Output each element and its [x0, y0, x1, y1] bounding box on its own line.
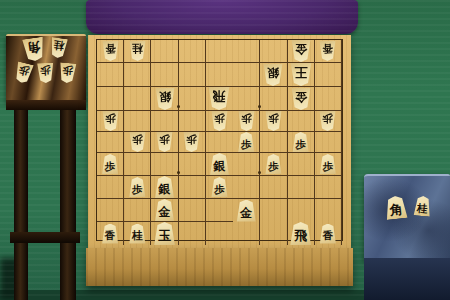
board-cell[interactable]: [97, 87, 124, 111]
board-cell[interactable]: 香: [97, 222, 124, 245]
board-cell[interactable]: [315, 199, 342, 222]
captured-piece-歩[interactable]: 歩: [58, 62, 77, 83]
board-cell[interactable]: [260, 222, 287, 245]
board-cell[interactable]: [206, 63, 233, 87]
board-cell[interactable]: 銀: [206, 153, 233, 176]
board-cell[interactable]: 歩: [97, 111, 124, 132]
board-cell[interactable]: [315, 132, 342, 153]
komadai-gote-leg: [14, 110, 28, 300]
komadai-gote: 角桂歩歩歩: [0, 26, 88, 300]
board-cell[interactable]: 歩: [260, 111, 287, 132]
board-front-face: [86, 248, 353, 286]
shogi-piece-歩[interactable]: 歩: [211, 111, 228, 131]
board-cell[interactable]: 香: [97, 40, 124, 63]
board-cell[interactable]: 歩: [179, 132, 206, 153]
captured-piece-桂[interactable]: 桂: [49, 37, 69, 59]
board-cell[interactable]: [124, 153, 151, 176]
board-cell[interactable]: [288, 199, 315, 222]
board-cell[interactable]: [233, 87, 260, 111]
captured-piece-桂[interactable]: 桂: [413, 195, 432, 216]
shogi-piece-銀[interactable]: 銀: [209, 153, 229, 175]
shogi-piece-香[interactable]: 香: [102, 224, 119, 244]
shogi-piece-桂[interactable]: 桂: [129, 41, 146, 61]
shogi-piece-金[interactable]: 金: [291, 40, 311, 62]
board-cell[interactable]: 歩: [315, 111, 342, 132]
board-cell[interactable]: [315, 176, 342, 199]
shogi-piece-金[interactable]: 金: [291, 88, 311, 110]
board-cell[interactable]: [260, 176, 287, 199]
board-cell[interactable]: 歩: [260, 153, 287, 176]
board-cell[interactable]: [233, 63, 260, 87]
shogi-piece-歩[interactable]: 歩: [183, 132, 200, 152]
shogi-piece-歩[interactable]: 歩: [156, 132, 173, 152]
board-cell[interactable]: [179, 63, 206, 87]
shogi-piece-歩[interactable]: 歩: [265, 154, 282, 174]
board-cell[interactable]: [260, 40, 287, 63]
komadai-gote-leg: [60, 110, 76, 300]
board-cell[interactable]: 歩: [151, 132, 178, 153]
shogi-piece-銀[interactable]: 銀: [155, 176, 175, 198]
hand-row: 角桂: [23, 38, 67, 61]
board-cell[interactable]: [124, 87, 151, 111]
photo-scene: 角桂歩歩歩 香桂金香銀王銀飛金歩歩歩歩歩歩歩歩歩歩歩銀歩歩歩銀歩金金香桂玉飛香 …: [0, 0, 450, 300]
shogi-piece-香[interactable]: 香: [319, 224, 336, 244]
komadai-sente: 角桂: [360, 168, 450, 300]
board-cell[interactable]: [233, 176, 260, 199]
captured-piece-歩[interactable]: 歩: [36, 63, 54, 84]
board-cell[interactable]: 歩: [124, 176, 151, 199]
board-cell[interactable]: 銀: [151, 176, 178, 199]
shogi-piece-王[interactable]: 王: [290, 63, 312, 86]
shogi-piece-歩[interactable]: 歩: [211, 177, 228, 197]
board-cell[interactable]: [315, 87, 342, 111]
board-cell[interactable]: 金: [233, 199, 260, 222]
komadai-gote-stretcher: [10, 232, 80, 243]
board-cell[interactable]: [206, 132, 233, 153]
komadai-sente-front: [364, 258, 450, 300]
shogi-piece-飛[interactable]: 飛: [290, 222, 312, 245]
board-cell[interactable]: [260, 132, 287, 153]
board-cell[interactable]: 玉: [151, 222, 178, 245]
board-cell[interactable]: [179, 111, 206, 132]
board-cell[interactable]: 歩: [206, 111, 233, 132]
board-cell[interactable]: 歩: [124, 132, 151, 153]
captured-piece-歩[interactable]: 歩: [12, 61, 33, 85]
shogi-piece-歩[interactable]: 歩: [129, 132, 146, 152]
shogi-piece-歩[interactable]: 歩: [265, 111, 282, 131]
board-cell[interactable]: 歩: [315, 153, 342, 176]
board-cell[interactable]: [151, 63, 178, 87]
shogi-piece-歩[interactable]: 歩: [102, 111, 119, 131]
shogi-piece-歩[interactable]: 歩: [319, 111, 336, 131]
board-cell[interactable]: 飛: [206, 87, 233, 111]
shogi-piece-桂[interactable]: 桂: [129, 224, 146, 244]
board-cell[interactable]: [206, 199, 233, 222]
board-cell[interactable]: 銀: [260, 63, 287, 87]
shogi-piece-玉[interactable]: 玉: [154, 222, 176, 245]
board-cell[interactable]: [206, 222, 233, 245]
shogi-piece-香[interactable]: 香: [319, 41, 336, 61]
board-cell[interactable]: 歩: [233, 132, 260, 153]
board-cell[interactable]: [97, 176, 124, 199]
shogi-board: 香桂金香銀王銀飛金歩歩歩歩歩歩歩歩歩歩歩銀歩歩歩銀歩金金香桂玉飛香: [88, 35, 351, 248]
board-cell[interactable]: [124, 111, 151, 132]
board-cell[interactable]: [151, 153, 178, 176]
shogi-piece-金[interactable]: 金: [236, 200, 256, 222]
board-cell[interactable]: [179, 153, 206, 176]
board-cell[interactable]: [124, 63, 151, 87]
board-cell[interactable]: [288, 176, 315, 199]
board-cell[interactable]: [206, 40, 233, 63]
board-cell[interactable]: [97, 132, 124, 153]
shogi-piece-銀[interactable]: 銀: [263, 64, 283, 86]
board-cell[interactable]: [233, 222, 260, 245]
board-cell[interactable]: [315, 63, 342, 87]
board-cell[interactable]: 金: [288, 40, 315, 63]
seat-cushion: [86, 0, 358, 34]
board-cell[interactable]: [151, 40, 178, 63]
board-cell[interactable]: [151, 111, 178, 132]
hand-row: 歩歩歩: [15, 63, 76, 83]
sente-hand: 角桂: [376, 196, 440, 219]
shogi-piece-歩[interactable]: 歩: [238, 132, 255, 152]
shogi-piece-歩[interactable]: 歩: [102, 154, 119, 174]
board-cell[interactable]: 香: [315, 222, 342, 245]
shogi-piece-歩[interactable]: 歩: [238, 111, 255, 131]
board-cell[interactable]: 飛: [288, 222, 315, 245]
board-cell[interactable]: [260, 199, 287, 222]
shogi-piece-金[interactable]: 金: [155, 199, 175, 221]
board-cell[interactable]: 歩: [233, 111, 260, 132]
board-cell[interactable]: [288, 111, 315, 132]
hoshi-dot: [177, 105, 180, 108]
board-cell[interactable]: 銀: [151, 87, 178, 111]
board-grid: 香桂金香銀王銀飛金歩歩歩歩歩歩歩歩歩歩歩銀歩歩歩銀歩金金香桂玉飛香: [96, 39, 343, 241]
board-cell[interactable]: [179, 176, 206, 199]
shogi-piece-飛[interactable]: 飛: [208, 87, 230, 110]
shogi-piece-歩[interactable]: 歩: [319, 154, 336, 174]
board-cell[interactable]: 歩: [288, 132, 315, 153]
board-cell[interactable]: [179, 222, 206, 245]
gote-hand: 角桂歩歩歩: [8, 38, 82, 83]
board-cell[interactable]: 歩: [206, 176, 233, 199]
board-cell[interactable]: 金: [288, 87, 315, 111]
board-cell[interactable]: 歩: [97, 153, 124, 176]
board-cell[interactable]: [288, 153, 315, 176]
board-cell[interactable]: [179, 40, 206, 63]
shogi-piece-歩[interactable]: 歩: [129, 177, 146, 197]
captured-piece-角[interactable]: 角: [384, 195, 408, 220]
shogi-piece-歩[interactable]: 歩: [292, 132, 309, 152]
board-cell[interactable]: 桂: [124, 40, 151, 63]
komadai-gote-edge: [6, 100, 86, 110]
hand-row: 角桂: [385, 196, 431, 219]
board-cell[interactable]: 金: [151, 199, 178, 222]
board-cell[interactable]: [97, 63, 124, 87]
shogi-piece-香[interactable]: 香: [102, 41, 119, 61]
board-cell[interactable]: [97, 199, 124, 222]
board-cell[interactable]: [124, 199, 151, 222]
board-cell[interactable]: [233, 153, 260, 176]
board-cell[interactable]: [179, 87, 206, 111]
board-cell[interactable]: [179, 199, 206, 222]
board-cell[interactable]: [233, 40, 260, 63]
board-cell[interactable]: [260, 87, 287, 111]
captured-piece-角[interactable]: 角: [22, 37, 47, 63]
board-cell[interactable]: 香: [315, 40, 342, 63]
board-cell[interactable]: 桂: [124, 222, 151, 245]
board-cell[interactable]: 王: [288, 63, 315, 87]
shogi-piece-銀[interactable]: 銀: [155, 88, 175, 110]
